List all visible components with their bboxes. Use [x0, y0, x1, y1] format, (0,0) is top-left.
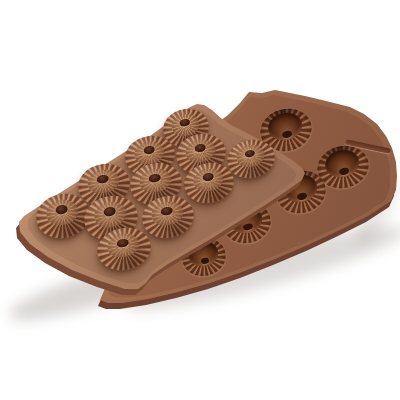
cavity-well: [265, 110, 305, 144]
cavity-well: [322, 147, 362, 181]
product-photo-canvas: [0, 0, 400, 400]
